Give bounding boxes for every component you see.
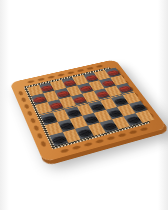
board-photo: ⛂⛂⛂⛂⛂⛂⛂⛂⛂⛂⛂⛂⛂⛂⛂⛂⛂⛂⛂⛂⛂⛂⛂⛂ xyxy=(0,0,168,210)
checkers-board: ⛂⛂⛂⛂⛂⛂⛂⛂⛂⛂⛂⛂⛂⛂⛂⛂⛂⛂⛂⛂⛂⛂⛂⛂ xyxy=(10,59,168,162)
board-frame: ⛂⛂⛂⛂⛂⛂⛂⛂⛂⛂⛂⛂⛂⛂⛂⛂⛂⛂⛂⛂⛂⛂⛂⛂ xyxy=(10,59,168,162)
